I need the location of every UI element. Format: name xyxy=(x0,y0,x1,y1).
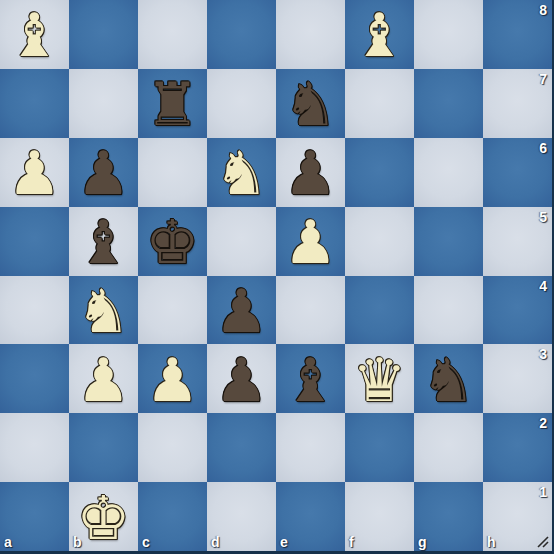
square-e1[interactable]: e xyxy=(276,482,345,551)
rank-label-6: 6 xyxy=(539,140,547,156)
square-a6[interactable]: ♟ xyxy=(0,138,69,207)
square-g4[interactable] xyxy=(414,276,483,345)
file-label-c: c xyxy=(142,534,150,550)
square-d5[interactable] xyxy=(207,207,276,276)
square-a2[interactable] xyxy=(0,413,69,482)
piece-white-king[interactable]: ♚ xyxy=(77,488,131,548)
square-b7[interactable] xyxy=(69,69,138,138)
square-f1[interactable]: f xyxy=(345,482,414,551)
piece-white-pawn[interactable]: ♟ xyxy=(284,212,338,272)
square-f4[interactable] xyxy=(345,276,414,345)
square-h5[interactable]: 5 xyxy=(483,207,552,276)
square-f8[interactable]: ♝ xyxy=(345,0,414,69)
square-b3[interactable]: ♟ xyxy=(69,344,138,413)
square-c8[interactable] xyxy=(138,0,207,69)
square-a5[interactable] xyxy=(0,207,69,276)
square-c6[interactable] xyxy=(138,138,207,207)
piece-black-knight[interactable]: ♞ xyxy=(284,74,338,134)
file-label-b: b xyxy=(73,534,82,550)
square-b4[interactable]: ♞ xyxy=(69,276,138,345)
square-b2[interactable] xyxy=(69,413,138,482)
piece-black-knight[interactable]: ♞ xyxy=(422,350,476,410)
piece-white-bishop[interactable]: ♝ xyxy=(8,5,62,65)
square-a7[interactable] xyxy=(0,69,69,138)
square-b1[interactable]: ♚b xyxy=(69,482,138,551)
square-c4[interactable] xyxy=(138,276,207,345)
piece-black-bishop[interactable]: ♝ xyxy=(77,212,131,272)
square-d7[interactable] xyxy=(207,69,276,138)
square-a8[interactable]: ♝ xyxy=(0,0,69,69)
square-g8[interactable] xyxy=(414,0,483,69)
square-g6[interactable] xyxy=(414,138,483,207)
rank-label-7: 7 xyxy=(539,71,547,87)
file-label-a: a xyxy=(4,534,12,550)
board-resize-handle-icon[interactable] xyxy=(536,535,549,548)
square-g3[interactable]: ♞ xyxy=(414,344,483,413)
square-g5[interactable] xyxy=(414,207,483,276)
square-g1[interactable]: g xyxy=(414,482,483,551)
piece-black-bishop[interactable]: ♝ xyxy=(284,350,338,410)
chess-board-frame: ♝♝8♜♞7♟♟♞♟6♝♚♟5♞♟4♟♟♟♝♛♞32a♚bcdefgh1 xyxy=(0,0,554,554)
square-f7[interactable] xyxy=(345,69,414,138)
piece-white-pawn[interactable]: ♟ xyxy=(146,350,200,410)
square-g2[interactable] xyxy=(414,413,483,482)
square-f5[interactable] xyxy=(345,207,414,276)
square-b8[interactable] xyxy=(69,0,138,69)
square-e5[interactable]: ♟ xyxy=(276,207,345,276)
file-label-f: f xyxy=(349,534,354,550)
piece-white-pawn[interactable]: ♟ xyxy=(8,143,62,203)
rank-label-4: 4 xyxy=(539,278,547,294)
square-d6[interactable]: ♞ xyxy=(207,138,276,207)
piece-white-knight[interactable]: ♞ xyxy=(77,281,131,341)
square-h4[interactable]: 4 xyxy=(483,276,552,345)
piece-white-pawn[interactable]: ♟ xyxy=(77,350,131,410)
square-h3[interactable]: 3 xyxy=(483,344,552,413)
square-e4[interactable] xyxy=(276,276,345,345)
chess-board: ♝♝8♜♞7♟♟♞♟6♝♚♟5♞♟4♟♟♟♝♛♞32a♚bcdefgh1 xyxy=(0,0,552,551)
square-d8[interactable] xyxy=(207,0,276,69)
piece-black-pawn[interactable]: ♟ xyxy=(215,281,269,341)
square-d4[interactable]: ♟ xyxy=(207,276,276,345)
square-c7[interactable]: ♜ xyxy=(138,69,207,138)
file-label-g: g xyxy=(418,534,427,550)
file-label-d: d xyxy=(211,534,220,550)
square-d2[interactable] xyxy=(207,413,276,482)
piece-white-bishop[interactable]: ♝ xyxy=(353,5,407,65)
piece-black-king[interactable]: ♚ xyxy=(146,212,200,272)
square-d1[interactable]: d xyxy=(207,482,276,551)
square-f6[interactable] xyxy=(345,138,414,207)
square-h2[interactable]: 2 xyxy=(483,413,552,482)
square-h7[interactable]: 7 xyxy=(483,69,552,138)
square-e6[interactable]: ♟ xyxy=(276,138,345,207)
square-a4[interactable] xyxy=(0,276,69,345)
square-b5[interactable]: ♝ xyxy=(69,207,138,276)
piece-black-pawn[interactable]: ♟ xyxy=(284,143,338,203)
square-c5[interactable]: ♚ xyxy=(138,207,207,276)
piece-black-pawn[interactable]: ♟ xyxy=(77,143,131,203)
square-a1[interactable]: a xyxy=(0,482,69,551)
file-label-e: e xyxy=(280,534,288,550)
square-e8[interactable] xyxy=(276,0,345,69)
square-c2[interactable] xyxy=(138,413,207,482)
piece-black-rook[interactable]: ♜ xyxy=(146,74,200,134)
file-label-h: h xyxy=(487,534,496,550)
square-e2[interactable] xyxy=(276,413,345,482)
square-e7[interactable]: ♞ xyxy=(276,69,345,138)
rank-label-3: 3 xyxy=(539,346,547,362)
square-f2[interactable] xyxy=(345,413,414,482)
rank-label-1: 1 xyxy=(539,484,547,500)
square-a3[interactable] xyxy=(0,344,69,413)
square-b6[interactable]: ♟ xyxy=(69,138,138,207)
rank-label-5: 5 xyxy=(539,209,547,225)
square-c3[interactable]: ♟ xyxy=(138,344,207,413)
square-d3[interactable]: ♟ xyxy=(207,344,276,413)
square-h1[interactable]: h1 xyxy=(483,482,552,551)
square-f3[interactable]: ♛ xyxy=(345,344,414,413)
square-g7[interactable] xyxy=(414,69,483,138)
square-e3[interactable]: ♝ xyxy=(276,344,345,413)
piece-white-queen[interactable]: ♛ xyxy=(353,350,407,410)
rank-label-2: 2 xyxy=(539,415,547,431)
rank-label-8: 8 xyxy=(539,2,547,18)
square-c1[interactable]: c xyxy=(138,482,207,551)
piece-white-knight[interactable]: ♞ xyxy=(215,143,269,203)
square-h8[interactable]: 8 xyxy=(483,0,552,69)
piece-black-pawn[interactable]: ♟ xyxy=(215,350,269,410)
square-h6[interactable]: 6 xyxy=(483,138,552,207)
